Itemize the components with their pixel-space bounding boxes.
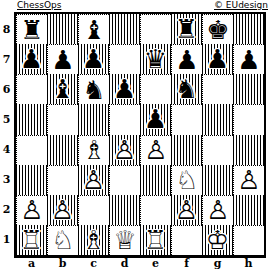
rank-label-2: 2 <box>0 195 13 225</box>
white-pawn-icon: ♙ <box>144 137 167 163</box>
black-knight-icon: ♞ <box>82 77 105 103</box>
black-pawn-icon: ♟ <box>51 47 74 73</box>
black-king-icon: ♚ <box>206 17 229 43</box>
square-a4[interactable] <box>16 135 47 165</box>
copyright-credit: © EUdesign <box>214 0 268 11</box>
square-a1[interactable]: ♜♖ <box>16 225 47 255</box>
square-g5[interactable] <box>202 104 233 134</box>
black-bishop-icon: ♝ <box>51 76 74 102</box>
file-label-h: h <box>233 257 264 270</box>
file-labels: abcdefgh <box>16 257 264 270</box>
square-c6[interactable]: ♞♞ <box>78 74 109 104</box>
black-pawn-icon: ♟ <box>113 76 136 102</box>
black-queen-icon: ♛ <box>144 46 167 72</box>
board-frame: ♜♜♝♝♜♜♚♚♟♟♟♟♟♟♛♛♟♟♟♟♟♟♝♝♞♞♟♟♞♞♟♟♝♗♟♙♟♙♟♙… <box>14 12 266 258</box>
square-b5[interactable] <box>47 104 78 134</box>
square-d1[interactable]: ♛♕ <box>109 225 140 255</box>
white-pawn-icon: ♙ <box>237 167 260 193</box>
piece-black-pawn[interactable]: ♟♟ <box>234 45 264 74</box>
square-f1[interactable] <box>171 225 202 255</box>
piece-black-rook[interactable]: ♜♜ <box>171 14 202 44</box>
square-a8[interactable]: ♜♜ <box>16 14 47 44</box>
square-e6[interactable] <box>140 74 171 104</box>
square-e5[interactable]: ♟♟ <box>140 104 171 134</box>
square-f5[interactable] <box>171 104 202 134</box>
square-b2[interactable]: ♟♙ <box>47 195 78 225</box>
square-a5[interactable] <box>16 104 47 134</box>
square-g6[interactable] <box>202 74 233 104</box>
file-label-e: e <box>140 257 171 270</box>
white-queen-icon: ♕ <box>113 227 136 253</box>
white-pawn-icon: ♙ <box>175 197 198 223</box>
file-label-c: c <box>78 257 109 270</box>
piece-black-pawn[interactable]: ♟♟ <box>202 44 233 74</box>
square-c1[interactable]: ♝♗ <box>78 225 109 255</box>
piece-white-bishop[interactable]: ♝♗ <box>79 136 109 165</box>
square-e1[interactable]: ♜♖ <box>140 225 171 255</box>
rank-label-5: 5 <box>0 104 13 134</box>
white-knight-icon: ♘ <box>51 227 74 253</box>
rank-label-3: 3 <box>0 165 13 195</box>
square-e4[interactable]: ♟♙ <box>140 135 171 165</box>
piece-black-knight[interactable]: ♞♞ <box>171 74 202 104</box>
square-d7[interactable] <box>109 44 140 74</box>
piece-white-pawn[interactable]: ♟♙ <box>203 196 233 225</box>
rank-label-1: 1 <box>0 225 13 255</box>
square-a3[interactable] <box>16 165 47 195</box>
square-b6[interactable]: ♝♝ <box>47 74 78 104</box>
black-pawn-icon: ♟ <box>237 47 260 73</box>
white-pawn-icon: ♙ <box>51 197 74 223</box>
square-h5[interactable] <box>233 104 264 134</box>
file-label-b: b <box>47 257 78 270</box>
square-e3[interactable] <box>140 165 171 195</box>
square-c7[interactable]: ♟♟ <box>78 44 109 74</box>
piece-white-pawn[interactable]: ♟♙ <box>141 136 171 165</box>
square-b1[interactable]: ♞♘ <box>47 225 78 255</box>
file-label-a: a <box>16 257 47 270</box>
square-d8[interactable] <box>109 14 140 44</box>
square-f7[interactable]: ♟♟ <box>171 44 202 74</box>
piece-black-king[interactable]: ♚♚ <box>203 15 233 44</box>
file-label-f: f <box>171 257 202 270</box>
app-title: ChessOps <box>17 0 61 11</box>
piece-white-knight[interactable]: ♞♘ <box>172 166 202 195</box>
piece-white-rook[interactable]: ♜♖ <box>140 225 171 255</box>
square-f8[interactable]: ♜♜ <box>171 14 202 44</box>
piece-white-pawn[interactable]: ♟♙ <box>17 196 47 225</box>
square-h8[interactable] <box>233 14 264 44</box>
rank-label-7: 7 <box>0 44 13 74</box>
white-knight-icon: ♘ <box>175 167 198 193</box>
white-pawn-icon: ♙ <box>20 197 43 223</box>
square-f3[interactable]: ♞♘ <box>171 165 202 195</box>
square-g3[interactable] <box>202 165 233 195</box>
piece-black-pawn[interactable]: ♟♟ <box>48 45 78 74</box>
piece-white-pawn[interactable]: ♟♙ <box>171 195 202 225</box>
black-bishop-icon: ♝ <box>82 17 105 43</box>
square-f4[interactable] <box>171 135 202 165</box>
piece-white-pawn[interactable]: ♟♙ <box>78 165 109 195</box>
square-g1[interactable]: ♚♔ <box>202 225 233 255</box>
piece-black-pawn[interactable]: ♟♟ <box>109 74 140 104</box>
square-h6[interactable] <box>233 74 264 104</box>
square-a2[interactable]: ♟♙ <box>16 195 47 225</box>
square-e2[interactable] <box>140 195 171 225</box>
rank-label-6: 6 <box>0 74 13 104</box>
black-pawn-icon: ♟ <box>20 46 43 72</box>
square-d5[interactable] <box>109 104 140 134</box>
chess-diagram: ChessOps © EUdesign 87654321 ♜♜♝♝♜♜♚♚♟♟♟… <box>0 0 270 270</box>
piece-black-pawn[interactable]: ♟♟ <box>172 45 202 74</box>
square-h2[interactable] <box>233 195 264 225</box>
square-b8[interactable] <box>47 14 78 44</box>
piece-white-pawn[interactable]: ♟♙ <box>109 135 140 165</box>
white-bishop-icon: ♗ <box>82 137 105 163</box>
piece-black-queen[interactable]: ♛♛ <box>140 44 171 74</box>
file-label-d: d <box>109 257 140 270</box>
square-g8[interactable]: ♚♚ <box>202 14 233 44</box>
black-pawn-icon: ♟ <box>206 46 229 72</box>
square-f2[interactable]: ♟♙ <box>171 195 202 225</box>
piece-black-pawn[interactable]: ♟♟ <box>78 44 109 74</box>
square-d6[interactable]: ♟♟ <box>109 74 140 104</box>
square-d2[interactable] <box>109 195 140 225</box>
white-rook-icon: ♖ <box>144 227 167 253</box>
black-pawn-icon: ♟ <box>144 106 167 132</box>
piece-black-pawn[interactable]: ♟♟ <box>16 44 47 74</box>
piece-white-rook[interactable]: ♜♖ <box>16 225 47 255</box>
piece-white-queen[interactable]: ♛♕ <box>110 226 140 255</box>
square-e8[interactable] <box>140 14 171 44</box>
square-b4[interactable] <box>47 135 78 165</box>
black-pawn-icon: ♟ <box>82 46 105 72</box>
piece-white-pawn[interactable]: ♟♙ <box>47 195 78 225</box>
square-d4[interactable]: ♟♙ <box>109 135 140 165</box>
piece-white-king[interactable]: ♚♔ <box>202 225 233 255</box>
rank-label-4: 4 <box>0 135 13 165</box>
piece-black-bishop[interactable]: ♝♝ <box>47 74 78 104</box>
piece-black-pawn[interactable]: ♟♟ <box>140 104 171 134</box>
piece-white-pawn[interactable]: ♟♙ <box>234 166 264 195</box>
square-a6[interactable] <box>16 74 47 104</box>
white-pawn-icon: ♙ <box>82 167 105 193</box>
piece-black-knight[interactable]: ♞♞ <box>79 75 109 104</box>
square-c4[interactable]: ♝♗ <box>78 135 109 165</box>
square-b7[interactable]: ♟♟ <box>47 44 78 74</box>
white-pawn-icon: ♙ <box>113 137 136 163</box>
square-h3[interactable]: ♟♙ <box>233 165 264 195</box>
piece-white-knight[interactable]: ♞♘ <box>48 226 78 255</box>
square-c8[interactable]: ♝♝ <box>78 14 109 44</box>
square-a7[interactable]: ♟♟ <box>16 44 47 74</box>
piece-black-rook[interactable]: ♜♜ <box>17 15 47 44</box>
square-g4[interactable] <box>202 135 233 165</box>
file-label-g: g <box>202 257 233 270</box>
rank-labels: 87654321 <box>0 14 13 255</box>
black-rook-icon: ♜ <box>175 16 198 42</box>
square-h4[interactable] <box>233 135 264 165</box>
black-rook-icon: ♜ <box>20 17 43 43</box>
white-pawn-icon: ♙ <box>206 197 229 223</box>
square-g7[interactable]: ♟♟ <box>202 44 233 74</box>
square-h1[interactable] <box>233 225 264 255</box>
square-c3[interactable]: ♟♙ <box>78 165 109 195</box>
square-b3[interactable] <box>47 165 78 195</box>
piece-black-bishop[interactable]: ♝♝ <box>79 15 109 44</box>
black-pawn-icon: ♟ <box>175 47 198 73</box>
black-knight-icon: ♞ <box>175 76 198 102</box>
square-e7[interactable]: ♛♛ <box>140 44 171 74</box>
square-f6[interactable]: ♞♞ <box>171 74 202 104</box>
square-d3[interactable] <box>109 165 140 195</box>
white-king-icon: ♔ <box>206 227 229 253</box>
square-h7[interactable]: ♟♟ <box>233 44 264 74</box>
rank-label-8: 8 <box>0 14 13 44</box>
chess-board: ♜♜♝♝♜♜♚♚♟♟♟♟♟♟♛♛♟♟♟♟♟♟♝♝♞♞♟♟♞♞♟♟♝♗♟♙♟♙♟♙… <box>16 14 264 255</box>
square-g2[interactable]: ♟♙ <box>202 195 233 225</box>
white-bishop-icon: ♗ <box>82 227 105 253</box>
square-c5[interactable] <box>78 104 109 134</box>
white-rook-icon: ♖ <box>20 227 43 253</box>
piece-white-bishop[interactable]: ♝♗ <box>78 225 109 255</box>
square-c2[interactable] <box>78 195 109 225</box>
